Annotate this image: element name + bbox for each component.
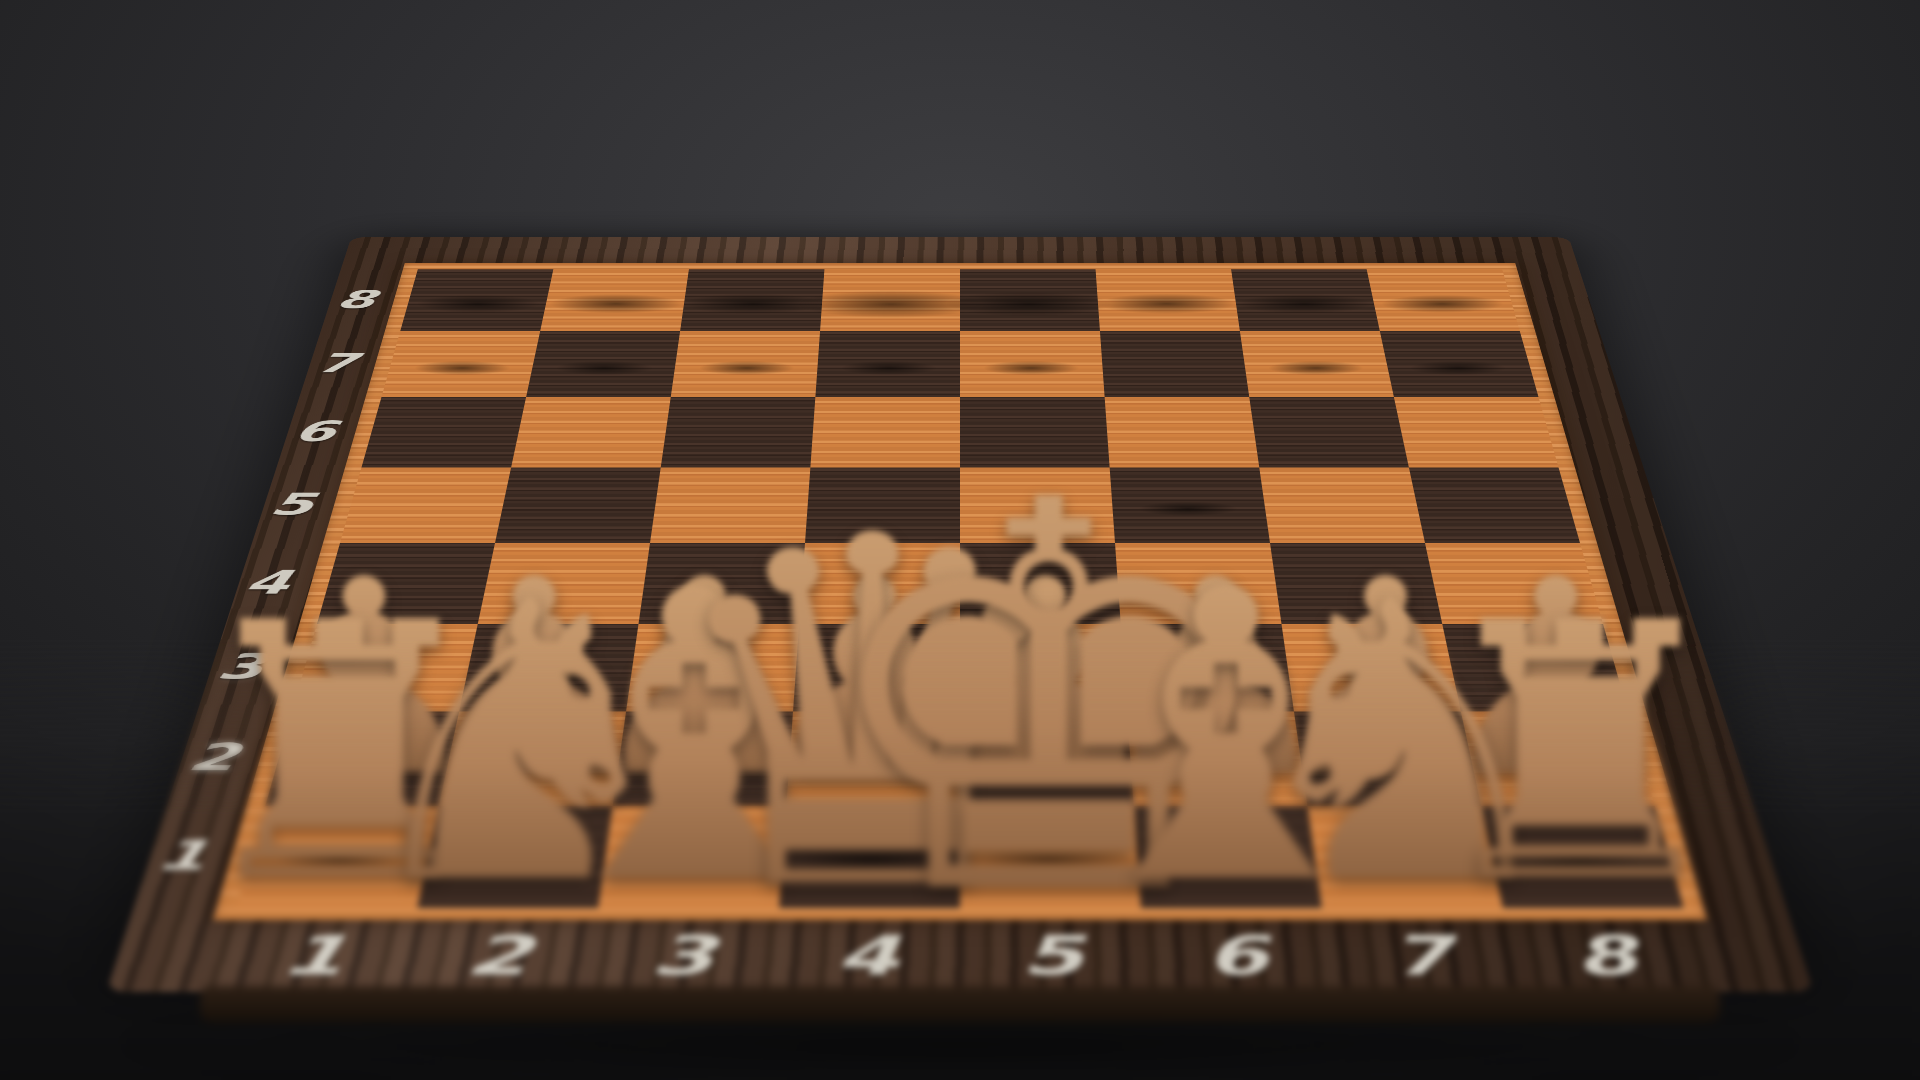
- rank-label-6: 6: [268, 415, 362, 448]
- piece-black-pawn-h7[interactable]: ♟: [1344, 164, 1571, 417]
- scene-background: 87654321 12345678 ♜♞♝♚♛♝♞♜♟♟♟♟♟♟♟♟♟♟♟♟♟♟…: [0, 0, 1920, 1080]
- rank-label-5: 5: [243, 486, 341, 522]
- piece-white-rook-h1[interactable]: ♜: [1422, 577, 1739, 930]
